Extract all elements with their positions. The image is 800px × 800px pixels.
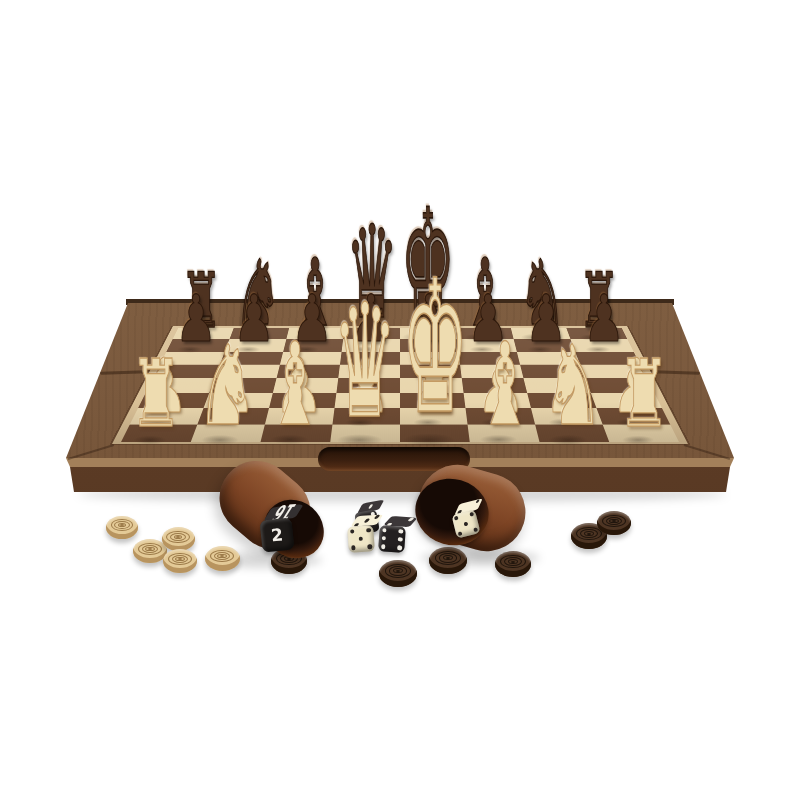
die-pip xyxy=(381,536,386,541)
die-pip xyxy=(374,515,381,519)
die-pip xyxy=(473,527,478,532)
checker-dark-3[interactable] xyxy=(429,547,467,574)
die-front-face xyxy=(347,525,375,553)
die-front-face xyxy=(378,525,406,553)
die-pip xyxy=(408,518,415,522)
die-pip xyxy=(454,516,459,521)
die-pip xyxy=(368,504,373,508)
die-pip xyxy=(381,544,386,549)
checker-dark-6[interactable] xyxy=(597,511,631,535)
checker-ring xyxy=(511,561,515,563)
doubling-cube-front-value: 2 xyxy=(259,517,294,552)
checker-light-4[interactable] xyxy=(163,549,197,573)
die-pip xyxy=(469,512,474,517)
checker-light-5[interactable] xyxy=(205,546,240,571)
accessories-layer: 162 xyxy=(0,0,800,800)
checker-light-3[interactable] xyxy=(162,527,195,551)
die-pip xyxy=(351,546,356,551)
die-pip xyxy=(350,529,355,534)
cream-center-die[interactable] xyxy=(347,525,375,553)
die-pip xyxy=(382,528,387,533)
product-photo: ♜♞♝♛♚♝♞♜♟♟♟♟♟♟♟♟♟♟♟♟♟♟♟♟♜♞♝♛♚♝♞♜ 162 xyxy=(0,0,800,800)
die-pip xyxy=(464,522,469,527)
doubling-cube[interactable]: 162 xyxy=(259,517,294,552)
checker-dark-2[interactable] xyxy=(379,560,417,587)
die-pip xyxy=(399,529,404,534)
die-pip xyxy=(359,537,364,542)
die-pip xyxy=(458,531,463,536)
die-pip xyxy=(475,499,480,504)
checker-dark-4[interactable] xyxy=(495,551,531,577)
checker-light-1[interactable] xyxy=(106,516,138,539)
die-pip xyxy=(397,546,402,551)
doubling-cube-front-face: 2 xyxy=(259,517,294,552)
die-pip xyxy=(364,519,371,523)
black-right-die[interactable] xyxy=(378,525,406,553)
checker-ring xyxy=(587,533,591,535)
die-pip xyxy=(398,537,403,542)
die-pip xyxy=(368,544,373,549)
die-pip xyxy=(366,528,371,533)
